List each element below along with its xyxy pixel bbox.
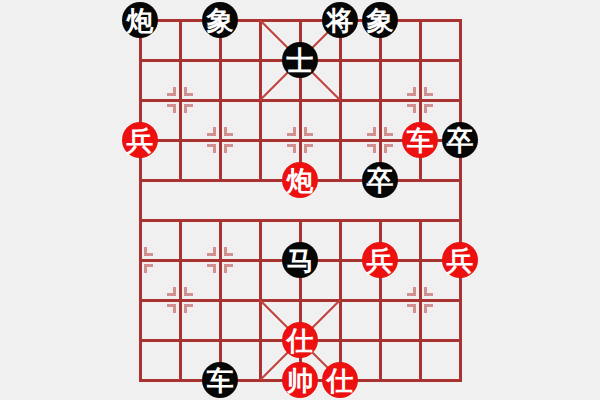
point-marker: [167, 304, 176, 313]
red-advisor[interactable]: 仕: [282, 322, 318, 358]
point-marker: [384, 127, 393, 136]
black-chariot[interactable]: 车: [202, 362, 238, 398]
point-marker: [407, 287, 416, 296]
point-marker: [144, 264, 153, 273]
point-marker: [207, 264, 216, 273]
point-marker: [207, 144, 216, 153]
point-marker: [407, 304, 416, 313]
point-marker: [287, 127, 296, 136]
point-marker: [367, 127, 376, 136]
point-marker: [304, 144, 313, 153]
point-marker: [424, 87, 433, 96]
grid-line-vertical: [219, 220, 222, 380]
red-soldier[interactable]: 兵: [122, 122, 158, 158]
point-marker: [304, 127, 313, 136]
point-marker: [184, 304, 193, 313]
point-marker: [407, 104, 416, 113]
black-cannon[interactable]: 炮: [122, 2, 158, 38]
point-marker: [184, 87, 193, 96]
point-marker: [167, 287, 176, 296]
point-marker: [367, 144, 376, 153]
point-marker: [184, 104, 193, 113]
point-marker: [224, 127, 233, 136]
point-marker: [224, 144, 233, 153]
point-marker: [424, 287, 433, 296]
grid-line-vertical: [179, 20, 182, 180]
point-marker: [424, 304, 433, 313]
point-marker: [167, 104, 176, 113]
black-soldier[interactable]: 卒: [362, 162, 398, 198]
red-cannon[interactable]: 炮: [282, 162, 318, 198]
black-soldier[interactable]: 卒: [442, 122, 478, 158]
point-marker: [407, 87, 416, 96]
point-marker: [207, 127, 216, 136]
point-marker: [167, 87, 176, 96]
grid-line-vertical: [219, 20, 222, 180]
xiangqi-board: 炮象将象士兵车卒炮卒马兵兵仕车帅仕: [0, 0, 600, 400]
point-marker: [207, 247, 216, 256]
black-elephant[interactable]: 象: [202, 2, 238, 38]
black-advisor[interactable]: 士: [282, 42, 318, 78]
grid-line-vertical: [379, 20, 382, 180]
point-marker: [384, 144, 393, 153]
grid-line-vertical: [179, 220, 182, 380]
red-soldier[interactable]: 兵: [362, 242, 398, 278]
point-marker: [144, 247, 153, 256]
red-general[interactable]: 帅: [282, 362, 318, 398]
red-soldier[interactable]: 兵: [442, 242, 478, 278]
red-advisor[interactable]: 仕: [322, 362, 358, 398]
red-chariot[interactable]: 车: [402, 122, 438, 158]
grid-line-vertical: [419, 220, 422, 380]
point-marker: [424, 104, 433, 113]
point-marker: [224, 247, 233, 256]
black-horse[interactable]: 马: [282, 242, 318, 278]
app-background: 炮象将象士兵车卒炮卒马兵兵仕车帅仕: [0, 0, 600, 400]
black-elephant[interactable]: 象: [362, 2, 398, 38]
point-marker: [224, 264, 233, 273]
point-marker: [184, 287, 193, 296]
point-marker: [287, 144, 296, 153]
black-general[interactable]: 将: [322, 2, 358, 38]
